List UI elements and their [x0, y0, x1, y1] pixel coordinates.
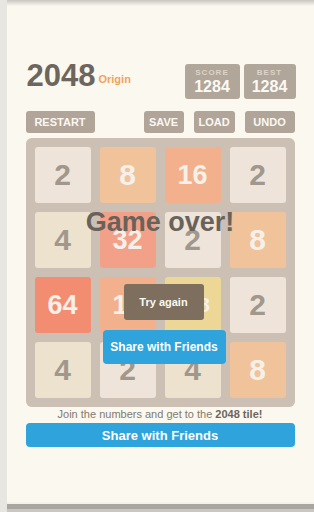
- footer-tagline: Join the numbers and get to the 2048 til…: [7, 408, 314, 420]
- app-window: 2048Origin SCORE 1284 BEST 1284 RESTART …: [7, 0, 314, 512]
- score-value: 1284: [185, 77, 240, 96]
- save-button[interactable]: SAVE: [144, 111, 184, 133]
- best-value: 1284: [244, 77, 296, 96]
- share-with-friends-bottom-button[interactable]: Share with Friends: [26, 423, 295, 447]
- restart-button[interactable]: RESTART: [26, 111, 95, 133]
- app-title: 2048: [27, 58, 96, 94]
- share-with-friends-overlay-button[interactable]: Share with Friends: [103, 330, 226, 364]
- footer-tagline-goal: 2048 tile!: [215, 408, 262, 420]
- game-board: 2816243228641612824248 Game over! Try ag…: [26, 138, 295, 407]
- best-label: BEST: [244, 68, 296, 77]
- footer-tagline-prefix: Join the numbers and get to the: [58, 408, 216, 420]
- undo-button[interactable]: UNDO: [245, 111, 295, 133]
- game-over-overlay: Game over! Try again Share with Friends: [26, 138, 295, 407]
- top-shadow: [7, 0, 314, 6]
- try-again-button[interactable]: Try again: [124, 284, 204, 320]
- header: 2048Origin: [27, 58, 131, 94]
- score-label: SCORE: [185, 68, 240, 77]
- app-subtitle: Origin: [98, 73, 130, 85]
- game-over-message: Game over!: [26, 207, 295, 238]
- bottom-edge-bar: [7, 502, 314, 512]
- load-button[interactable]: LOAD: [194, 111, 235, 133]
- best-badge: BEST 1284: [244, 64, 296, 99]
- score-badge: SCORE 1284: [185, 64, 240, 99]
